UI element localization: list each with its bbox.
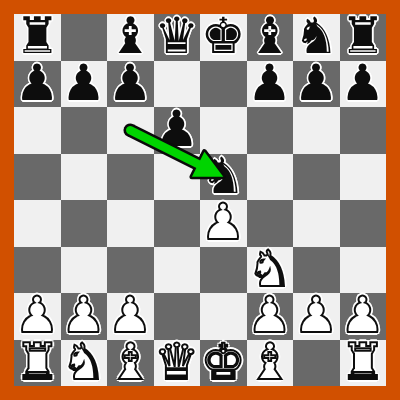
square-b5[interactable] <box>61 154 108 201</box>
chess-board: ♜♝♛♚♝♞♜♟♟♟♟♟♟♟♞♟♞♟♟♟♟♟♟♜♞♝♛♚♝♜ <box>14 14 386 386</box>
square-g2[interactable]: ♟ <box>293 293 340 340</box>
black-pawn[interactable]: ♟ <box>154 106 199 152</box>
square-a5[interactable] <box>14 154 61 201</box>
square-g1[interactable] <box>293 340 340 387</box>
black-rook[interactable]: ♜ <box>340 13 385 59</box>
white-bishop[interactable]: ♝ <box>247 339 292 385</box>
black-pawn[interactable]: ♟ <box>340 60 385 106</box>
white-pawn[interactable]: ♟ <box>61 292 106 338</box>
square-b1[interactable]: ♞ <box>61 340 108 387</box>
black-queen[interactable]: ♛ <box>154 13 199 59</box>
square-e1[interactable]: ♚ <box>200 340 247 387</box>
black-pawn[interactable]: ♟ <box>294 60 339 106</box>
black-pawn[interactable]: ♟ <box>15 60 60 106</box>
square-h5[interactable] <box>340 154 387 201</box>
square-h7[interactable]: ♟ <box>340 61 387 108</box>
square-a1[interactable]: ♜ <box>14 340 61 387</box>
white-pawn[interactable]: ♟ <box>247 292 292 338</box>
square-b6[interactable] <box>61 107 108 154</box>
square-h1[interactable]: ♜ <box>340 340 387 387</box>
black-knight[interactable]: ♞ <box>294 13 339 59</box>
square-e3[interactable] <box>200 247 247 294</box>
square-d5[interactable] <box>154 154 201 201</box>
black-pawn[interactable]: ♟ <box>61 60 106 106</box>
white-bishop[interactable]: ♝ <box>108 339 153 385</box>
black-king[interactable]: ♚ <box>201 13 246 59</box>
black-pawn[interactable]: ♟ <box>247 60 292 106</box>
square-c1[interactable]: ♝ <box>107 340 154 387</box>
square-a4[interactable] <box>14 200 61 247</box>
square-d6[interactable]: ♟ <box>154 107 201 154</box>
black-bishop[interactable]: ♝ <box>247 13 292 59</box>
square-d4[interactable] <box>154 200 201 247</box>
white-knight[interactable]: ♞ <box>247 246 292 292</box>
square-b7[interactable]: ♟ <box>61 61 108 108</box>
square-g5[interactable] <box>293 154 340 201</box>
black-bishop[interactable]: ♝ <box>108 13 153 59</box>
white-rook[interactable]: ♜ <box>15 339 60 385</box>
black-knight[interactable]: ♞ <box>201 153 246 199</box>
white-pawn[interactable]: ♟ <box>201 199 246 245</box>
square-a6[interactable] <box>14 107 61 154</box>
square-h6[interactable] <box>340 107 387 154</box>
square-f7[interactable]: ♟ <box>247 61 294 108</box>
black-rook[interactable]: ♜ <box>15 13 60 59</box>
square-g4[interactable] <box>293 200 340 247</box>
white-pawn[interactable]: ♟ <box>108 292 153 338</box>
white-pawn[interactable]: ♟ <box>15 292 60 338</box>
square-c4[interactable] <box>107 200 154 247</box>
square-e4[interactable]: ♟ <box>200 200 247 247</box>
square-a7[interactable]: ♟ <box>14 61 61 108</box>
square-c6[interactable] <box>107 107 154 154</box>
square-b4[interactable] <box>61 200 108 247</box>
square-g6[interactable] <box>293 107 340 154</box>
square-d8[interactable]: ♛ <box>154 14 201 61</box>
white-queen[interactable]: ♛ <box>154 339 199 385</box>
white-pawn[interactable]: ♟ <box>294 292 339 338</box>
white-pawn[interactable]: ♟ <box>340 292 385 338</box>
square-c5[interactable] <box>107 154 154 201</box>
square-f5[interactable] <box>247 154 294 201</box>
square-d3[interactable] <box>154 247 201 294</box>
square-c7[interactable]: ♟ <box>107 61 154 108</box>
square-e7[interactable] <box>200 61 247 108</box>
square-h4[interactable] <box>340 200 387 247</box>
square-e8[interactable]: ♚ <box>200 14 247 61</box>
white-rook[interactable]: ♜ <box>340 339 385 385</box>
black-pawn[interactable]: ♟ <box>108 60 153 106</box>
board-frame: ♜♝♛♚♝♞♜♟♟♟♟♟♟♟♞♟♞♟♟♟♟♟♟♜♞♝♛♚♝♜ <box>0 0 400 400</box>
square-f6[interactable] <box>247 107 294 154</box>
square-g7[interactable]: ♟ <box>293 61 340 108</box>
white-king[interactable]: ♚ <box>201 339 246 385</box>
square-f1[interactable]: ♝ <box>247 340 294 387</box>
square-d1[interactable]: ♛ <box>154 340 201 387</box>
white-knight[interactable]: ♞ <box>61 339 106 385</box>
